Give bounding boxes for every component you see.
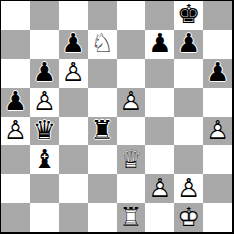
square-g4[interactable] [174, 117, 203, 146]
square-h7[interactable] [203, 30, 232, 59]
square-e4[interactable] [117, 117, 146, 146]
piece-outline-glyph: ♖ [117, 204, 146, 230]
white-pawn-icon: ♟♙ [203, 117, 232, 146]
square-d1[interactable] [88, 203, 117, 232]
piece-outline-glyph: ♘ [88, 30, 117, 56]
piece-glyph: ♟ [1, 88, 30, 114]
piece-outline-glyph: ♙ [174, 175, 203, 201]
square-f2[interactable]: ♟♙ [145, 174, 174, 203]
black-king-icon: ♚ [174, 1, 203, 30]
piece-glyph: ♝ [30, 146, 59, 172]
piece-outline-glyph: ♕ [117, 146, 146, 172]
square-a4[interactable]: ♟♙ [1, 117, 30, 146]
square-g3[interactable] [174, 145, 203, 174]
square-d7[interactable]: ♞♘ [88, 30, 117, 59]
square-h6[interactable]: ♟ [203, 59, 232, 88]
square-d5[interactable] [88, 88, 117, 117]
piece-glyph: ♜ [88, 117, 117, 143]
white-pawn-icon: ♟♙ [59, 59, 88, 88]
black-queen-icon: ♛ [30, 117, 59, 146]
square-d6[interactable] [88, 59, 117, 88]
square-e7[interactable] [117, 30, 146, 59]
square-c8[interactable] [59, 1, 88, 30]
piece-outline-glyph: ♙ [203, 117, 232, 143]
square-f1[interactable] [145, 203, 174, 232]
square-a1[interactable] [1, 203, 30, 232]
piece-outline-glyph: ♙ [59, 59, 88, 85]
piece-glyph: ♚ [174, 1, 203, 27]
piece-outline-glyph: ♙ [145, 175, 174, 201]
square-a5[interactable]: ♟ [1, 88, 30, 117]
piece-outline-glyph: ♔ [174, 204, 203, 230]
square-d3[interactable] [88, 145, 117, 174]
black-bishop-icon: ♝ [30, 145, 59, 174]
square-e3[interactable]: ♛♕ [117, 145, 146, 174]
square-b3[interactable]: ♝ [30, 145, 59, 174]
white-pawn-icon: ♟♙ [174, 174, 203, 203]
square-h4[interactable]: ♟♙ [203, 117, 232, 146]
square-f7[interactable]: ♟ [145, 30, 174, 59]
square-g7[interactable]: ♟ [174, 30, 203, 59]
square-h3[interactable] [203, 145, 232, 174]
square-c1[interactable] [59, 203, 88, 232]
square-a3[interactable] [1, 145, 30, 174]
black-pawn-icon: ♟ [145, 30, 174, 59]
piece-outline-glyph: ♙ [1, 117, 30, 143]
white-knight-icon: ♞♘ [88, 30, 117, 59]
white-king-icon: ♚♔ [174, 203, 203, 232]
piece-glyph: ♛ [30, 117, 59, 143]
square-h8[interactable] [203, 1, 232, 30]
square-f3[interactable] [145, 145, 174, 174]
black-pawn-icon: ♟ [1, 88, 30, 117]
square-g1[interactable]: ♚♔ [174, 203, 203, 232]
black-pawn-icon: ♟ [203, 59, 232, 88]
square-e1[interactable]: ♜♖ [117, 203, 146, 232]
square-c4[interactable] [59, 117, 88, 146]
white-pawn-icon: ♟♙ [117, 88, 146, 117]
square-b2[interactable] [30, 174, 59, 203]
white-rook-icon: ♜♖ [117, 203, 146, 232]
square-h2[interactable] [203, 174, 232, 203]
square-f4[interactable] [145, 117, 174, 146]
square-f6[interactable] [145, 59, 174, 88]
square-b6[interactable]: ♟ [30, 59, 59, 88]
black-pawn-icon: ♟ [174, 30, 203, 59]
square-d8[interactable] [88, 1, 117, 30]
square-g8[interactable]: ♚ [174, 1, 203, 30]
chess-board-frame: ♚♟♞♘♟♟♟♟♙♟♟♟♙♟♙♟♙♛♜♟♙♝♛♕♟♙♟♙♜♖♚♔ [0, 0, 234, 234]
square-d2[interactable] [88, 174, 117, 203]
square-a2[interactable] [1, 174, 30, 203]
square-f5[interactable] [145, 88, 174, 117]
piece-outline-glyph: ♙ [117, 88, 146, 114]
square-c6[interactable]: ♟♙ [59, 59, 88, 88]
square-e2[interactable] [117, 174, 146, 203]
piece-glyph: ♟ [145, 30, 174, 56]
square-g2[interactable]: ♟♙ [174, 174, 203, 203]
square-b7[interactable] [30, 30, 59, 59]
white-queen-icon: ♛♕ [117, 145, 146, 174]
white-pawn-icon: ♟♙ [1, 117, 30, 146]
square-a6[interactable] [1, 59, 30, 88]
white-pawn-icon: ♟♙ [145, 174, 174, 203]
square-c5[interactable] [59, 88, 88, 117]
piece-outline-glyph: ♙ [30, 88, 59, 114]
square-f8[interactable] [145, 1, 174, 30]
black-rook-icon: ♜ [88, 117, 117, 146]
square-e6[interactable] [117, 59, 146, 88]
square-d4[interactable]: ♜ [88, 117, 117, 146]
square-c2[interactable] [59, 174, 88, 203]
square-b5[interactable]: ♟♙ [30, 88, 59, 117]
square-b4[interactable]: ♛ [30, 117, 59, 146]
square-h5[interactable] [203, 88, 232, 117]
square-a8[interactable] [1, 1, 30, 30]
square-g5[interactable] [174, 88, 203, 117]
square-h1[interactable] [203, 203, 232, 232]
square-b1[interactable] [30, 203, 59, 232]
square-c3[interactable] [59, 145, 88, 174]
square-b8[interactable] [30, 1, 59, 30]
white-pawn-icon: ♟♙ [30, 88, 59, 117]
chess-board: ♚♟♞♘♟♟♟♟♙♟♟♟♙♟♙♟♙♛♜♟♙♝♛♕♟♙♟♙♜♖♚♔ [1, 1, 232, 232]
piece-glyph: ♟ [30, 59, 59, 85]
piece-glyph: ♟ [203, 59, 232, 85]
black-pawn-icon: ♟ [59, 30, 88, 59]
square-c7[interactable]: ♟ [59, 30, 88, 59]
square-g6[interactable] [174, 59, 203, 88]
square-e8[interactable] [117, 1, 146, 30]
piece-glyph: ♟ [59, 30, 88, 56]
black-pawn-icon: ♟ [30, 59, 59, 88]
piece-glyph: ♟ [174, 30, 203, 56]
square-a7[interactable] [1, 30, 30, 59]
square-e5[interactable]: ♟♙ [117, 88, 146, 117]
